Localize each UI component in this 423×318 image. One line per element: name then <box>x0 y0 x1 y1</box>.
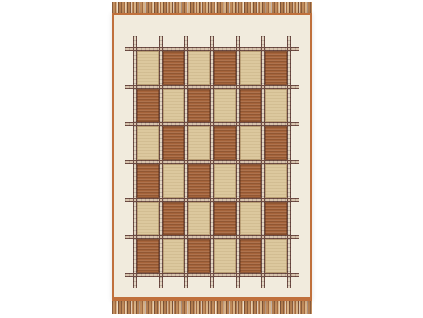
board-square <box>163 202 185 236</box>
board-square <box>137 89 159 123</box>
field-margin <box>291 202 299 236</box>
field-margin <box>125 51 133 85</box>
board-square <box>188 239 210 273</box>
field-margin <box>240 277 262 288</box>
board-square <box>163 164 185 198</box>
board-square <box>240 239 262 273</box>
board-square <box>265 89 287 123</box>
field-margin <box>291 239 299 273</box>
board-square <box>214 202 236 236</box>
board-square <box>265 202 287 236</box>
board-square <box>188 164 210 198</box>
field-margin <box>163 36 185 47</box>
board-square <box>188 202 210 236</box>
field-margin <box>125 202 133 236</box>
board-square <box>240 202 262 236</box>
board-square <box>214 126 236 160</box>
board-square <box>137 202 159 236</box>
rug-photo <box>112 2 312 315</box>
photo-background <box>0 0 423 318</box>
board-square <box>214 89 236 123</box>
field-margin <box>188 36 210 47</box>
board-square <box>163 126 185 160</box>
board-square <box>137 126 159 160</box>
field-margin <box>214 277 236 288</box>
checkerboard <box>125 36 299 288</box>
field-margin <box>188 277 210 288</box>
field-margin <box>240 36 262 47</box>
board-square <box>188 89 210 123</box>
field-margin <box>291 126 299 160</box>
board-square <box>188 51 210 85</box>
board-square <box>240 51 262 85</box>
board-square <box>265 164 287 198</box>
field-margin <box>291 277 299 288</box>
field-margin <box>214 36 236 47</box>
field-margin <box>125 164 133 198</box>
fringe-bottom <box>112 300 312 314</box>
field-margin <box>125 277 133 288</box>
board-square <box>240 164 262 198</box>
board-square <box>240 89 262 123</box>
field-margin <box>137 277 159 288</box>
board-square <box>265 239 287 273</box>
board-square <box>137 164 159 198</box>
field-margin <box>125 239 133 273</box>
board-square <box>188 126 210 160</box>
board-square <box>214 51 236 85</box>
field-margin <box>137 36 159 47</box>
field-margin <box>265 277 287 288</box>
field-margin <box>125 36 133 47</box>
field-margin <box>291 36 299 47</box>
field-margin <box>125 89 133 123</box>
field-margin <box>291 164 299 198</box>
board-square <box>163 239 185 273</box>
field-margin <box>163 277 185 288</box>
field-margin <box>265 36 287 47</box>
board-square <box>265 126 287 160</box>
board-square <box>214 239 236 273</box>
field-margin <box>125 126 133 160</box>
board-square <box>240 126 262 160</box>
field-margin <box>291 89 299 123</box>
board-square <box>214 164 236 198</box>
board-square <box>163 51 185 85</box>
fringe-top <box>112 2 312 13</box>
board-square <box>163 89 185 123</box>
field-margin <box>291 51 299 85</box>
rug-body <box>112 13 312 301</box>
board-square <box>137 51 159 85</box>
board-square <box>137 239 159 273</box>
board-square <box>265 51 287 85</box>
